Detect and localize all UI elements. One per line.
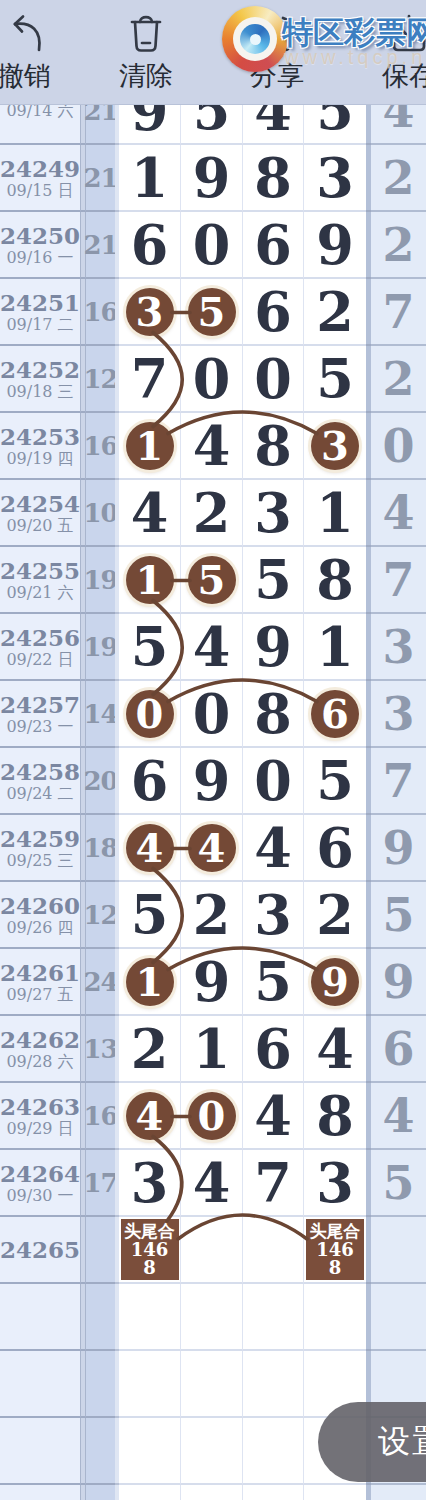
digit: 5	[131, 615, 169, 679]
period-date: 09/27 五	[6, 985, 73, 1004]
digit-cell[interactable]	[304, 1284, 366, 1351]
digit-cell[interactable]	[243, 1418, 304, 1485]
tail-cell: 9	[371, 949, 426, 1016]
digit: 1	[316, 481, 354, 545]
sum-cell	[86, 1351, 115, 1418]
digit-cell[interactable]: 4	[181, 413, 243, 480]
sum-cell: 21	[86, 145, 115, 212]
tail-cell: 2	[371, 346, 426, 413]
digit-cell[interactable]: 1	[119, 145, 181, 212]
settings-button[interactable]: 设置	[318, 1402, 426, 1482]
period-number: 24252	[0, 357, 80, 382]
digit-cell[interactable]: 4	[243, 815, 304, 882]
digit-cell[interactable]: 5	[119, 614, 181, 681]
trend-table: 09/14 六21954542424909/15 日21198322425009…	[0, 78, 426, 1500]
tail-cell: 7	[371, 279, 426, 346]
digit: 4	[193, 615, 231, 679]
digit-cell[interactable]: 7	[119, 346, 181, 413]
tail-cell: 4	[371, 480, 426, 547]
digit-cell[interactable]: 4	[119, 480, 181, 547]
digit: 7	[254, 1151, 292, 1215]
period-number: 24260	[0, 893, 80, 918]
period-date: 09/18 三	[6, 382, 73, 401]
tail-cell: 2	[371, 212, 426, 279]
tail-cell: 5	[371, 1150, 426, 1217]
tail-cell: 3	[371, 681, 426, 748]
digit-cell[interactable]: 5	[181, 279, 243, 346]
sum-cell: 19	[86, 547, 115, 614]
table-row: 2425609/22 日1954913	[0, 614, 426, 681]
sum-cell: 12	[86, 346, 115, 413]
table-row: 2425909/25 三1844469	[0, 815, 426, 882]
sum-cell: 16	[86, 413, 115, 480]
period-cell: 2425309/19 四	[0, 413, 80, 480]
period-cell: 2426109/27 五	[0, 949, 80, 1016]
sum-box[interactable]: 头尾合1468	[121, 1219, 179, 1280]
digit-cell[interactable]	[181, 1284, 243, 1351]
period-date: 09/28 六	[6, 1052, 73, 1071]
digit-cell[interactable]	[119, 1418, 181, 1485]
digit-cell[interactable]: 3	[243, 882, 304, 949]
digit-cell[interactable]: 6	[304, 815, 366, 882]
table-row: 2425509/21 六1915587	[0, 547, 426, 614]
digit-cell[interactable]: 4	[119, 1083, 181, 1150]
digit-cell[interactable]: 0	[181, 681, 243, 748]
digit: 4	[254, 816, 292, 880]
digit: 6	[131, 213, 169, 277]
sum-cell: 10	[86, 480, 115, 547]
digit: 5	[254, 950, 292, 1014]
digit-cell[interactable]: 6	[243, 212, 304, 279]
sum-cell: 16	[86, 279, 115, 346]
period-cell: 24265	[0, 1217, 80, 1284]
period-cell: 2424909/15 日	[0, 145, 80, 212]
digit-cell[interactable]: 6	[119, 212, 181, 279]
digit-cell[interactable]: 9	[304, 212, 366, 279]
tail-cell: 4	[371, 1083, 426, 1150]
clear-label: 清除	[119, 63, 173, 90]
marked-digit[interactable]: 0	[188, 1092, 236, 1140]
period-cell: 2426409/30 一	[0, 1150, 80, 1217]
tail-cell: 0	[371, 413, 426, 480]
period-number: 24258	[0, 759, 80, 784]
digit: 0	[193, 213, 231, 277]
sum-cell	[86, 1284, 115, 1351]
sum-cell: 21	[86, 212, 115, 279]
period-number: 24254	[0, 491, 80, 516]
lottery-trend-chart-screen: 09/14 六21954542424909/15 日21198322425009…	[0, 0, 426, 1500]
digit: 4	[193, 1151, 231, 1215]
period-date: 09/21 六	[6, 583, 73, 602]
tail-cell: 2	[371, 145, 426, 212]
digit: 2	[131, 1017, 169, 1081]
table-row: 2426409/30 一1734735	[0, 1150, 426, 1217]
digit: 6	[254, 280, 292, 344]
period-cell	[0, 1485, 80, 1500]
sum-cell: 20	[86, 748, 115, 815]
tail-cell: 5	[371, 882, 426, 949]
digit-cell[interactable]: 0	[243, 346, 304, 413]
digit-cell[interactable]: 2	[119, 1016, 181, 1083]
digit-cell[interactable]: 1	[119, 547, 181, 614]
table-row: 2424909/15 日2119832	[0, 145, 426, 212]
digit-cell[interactable]: 9	[181, 949, 243, 1016]
digit-cell[interactable]: 1	[181, 1016, 243, 1083]
digit: 3	[131, 1151, 169, 1215]
period-cell: 2425909/25 三	[0, 815, 80, 882]
period-cell: 2425409/20 五	[0, 480, 80, 547]
clear-button[interactable]: 清除	[104, 12, 188, 90]
tail-cell: 7	[371, 547, 426, 614]
digit: 6	[254, 1017, 292, 1081]
digit: 9	[193, 146, 231, 210]
marked-digit[interactable]: 4	[126, 1092, 174, 1140]
digit-cell[interactable]: 0	[119, 681, 181, 748]
digit-cell[interactable]: 5	[304, 346, 366, 413]
table-row: 2426309/29 日1640484	[0, 1083, 426, 1150]
digit-cell[interactable]: 6	[304, 681, 366, 748]
digit-cell[interactable]: 1	[119, 413, 181, 480]
save-icon	[386, 12, 426, 56]
digit: 5	[254, 548, 292, 612]
period-cell: 2425209/18 三	[0, 346, 80, 413]
digit-cell[interactable]: 1	[119, 949, 181, 1016]
digit-cell[interactable]: 2	[304, 882, 366, 949]
period-number: 24256	[0, 625, 80, 650]
table-row	[0, 1485, 426, 1500]
sum-cell: 24	[86, 949, 115, 1016]
period-date: 09/23 一	[6, 717, 73, 736]
digit: 3	[254, 481, 292, 545]
table-row: 2425709/23 一1400863	[0, 681, 426, 748]
table-row: 2425409/20 五1042314	[0, 480, 426, 547]
period-cell: 2425609/22 日	[0, 614, 80, 681]
digit-cell[interactable]: 2	[181, 480, 243, 547]
table-row: 2425209/18 三1270052	[0, 346, 426, 413]
digit-cell[interactable]: 0	[243, 748, 304, 815]
table-row: 2425809/24 二2069057	[0, 748, 426, 815]
digit-cell[interactable]: 3	[119, 1150, 181, 1217]
sum-box[interactable]: 头尾合1468	[306, 1219, 364, 1280]
undo-icon	[1, 12, 47, 56]
digit: 4	[131, 481, 169, 545]
digit-cell[interactable]: 6	[243, 279, 304, 346]
digit-cell[interactable]: 3	[304, 1150, 366, 1217]
digit: 9	[316, 213, 354, 277]
digit: 3	[316, 1151, 354, 1215]
table-row: 2425009/16 一2160692	[0, 212, 426, 279]
period-cell	[0, 1418, 80, 1485]
digit: 6	[254, 213, 292, 277]
period-number: 24249	[0, 156, 80, 181]
digit-cell[interactable]: 3	[304, 413, 366, 480]
period-date: 09/25 三	[6, 851, 73, 870]
digit-cell[interactable]: 3	[243, 480, 304, 547]
period-cell	[0, 1351, 80, 1418]
digit: 1	[131, 146, 169, 210]
digit-cell[interactable]: 9	[243, 614, 304, 681]
digit: 8	[254, 682, 292, 746]
digit: 5	[316, 749, 354, 813]
digit-cell[interactable]	[181, 1217, 243, 1284]
tail-cell: 3	[371, 614, 426, 681]
digit: 2	[316, 883, 354, 947]
digit: 8	[254, 146, 292, 210]
digit-cell[interactable]: 4	[181, 815, 243, 882]
digit-cell[interactable]	[181, 1351, 243, 1418]
digit-cell[interactable]: 5	[304, 748, 366, 815]
digit: 9	[193, 950, 231, 1014]
period-number: 24264	[0, 1161, 80, 1186]
digit-cell[interactable]: 8	[304, 1083, 366, 1150]
table-row: 2425109/17 二1635627	[0, 279, 426, 346]
digit-cell[interactable]: 9	[181, 145, 243, 212]
share-icon	[254, 12, 300, 56]
digit: 2	[193, 481, 231, 545]
digit-cell[interactable]: 4	[181, 1150, 243, 1217]
period-number: 24253	[0, 424, 80, 449]
period-number: 24261	[0, 960, 80, 985]
period-date: 09/29 日	[6, 1119, 73, 1138]
tail-cell: 7	[371, 748, 426, 815]
digit: 0	[254, 749, 292, 813]
marked-digit[interactable]: 5	[188, 556, 236, 604]
digit: 6	[316, 816, 354, 880]
digit: 9	[193, 749, 231, 813]
digit: 1	[316, 615, 354, 679]
digit-cell[interactable]	[119, 1485, 181, 1500]
digit: 5	[316, 347, 354, 411]
sum-cell	[86, 1485, 115, 1500]
trash-icon	[125, 12, 167, 56]
digit: 4	[316, 1017, 354, 1081]
save-button[interactable]: 保存	[367, 12, 426, 90]
digit-cell[interactable]: 2	[181, 882, 243, 949]
digit-cell[interactable]	[181, 1485, 243, 1500]
table-row: 2426009/26 四1252325	[0, 882, 426, 949]
digit: 0	[193, 682, 231, 746]
period-cell: 2426209/28 六	[0, 1016, 80, 1083]
digit: 8	[316, 1084, 354, 1148]
digit-cell[interactable]: 7	[243, 1150, 304, 1217]
tail-cell: 6	[371, 1016, 426, 1083]
marked-digit[interactable]: 3	[311, 422, 359, 470]
digit-cell[interactable]	[243, 1485, 304, 1500]
period-cell: 2426309/29 日	[0, 1083, 80, 1150]
digit: 8	[254, 414, 292, 478]
period-cell: 2425809/24 二	[0, 748, 80, 815]
digit-cell[interactable]	[119, 1351, 181, 1418]
digit-cell[interactable]: 6	[119, 748, 181, 815]
period-cell	[0, 1284, 80, 1351]
digit-cell[interactable]: 0	[181, 212, 243, 279]
marked-digit[interactable]: 3	[126, 288, 174, 336]
sum-cell: 14	[86, 681, 115, 748]
digit: 0	[193, 347, 231, 411]
table-row: 24265头尾合1468头尾合1468	[0, 1217, 426, 1284]
marked-digit[interactable]: 5	[188, 288, 236, 336]
digit: 3	[316, 146, 354, 210]
digit-cell[interactable]: 3	[119, 279, 181, 346]
digit: 4	[193, 414, 231, 478]
digit-cell[interactable]: 5	[181, 547, 243, 614]
digit-cell[interactable]: 1	[304, 614, 366, 681]
sum-cell	[86, 1418, 115, 1485]
period-number: 24259	[0, 826, 80, 851]
digit-cell[interactable]	[181, 1418, 243, 1485]
period-date: 09/17 二	[6, 315, 73, 334]
period-number: 24263	[0, 1094, 80, 1119]
sum-box-tail: 8	[329, 1259, 342, 1277]
sum-cell: 12	[86, 882, 115, 949]
period-number: 24255	[0, 558, 80, 583]
period-cell: 2425009/16 一	[0, 212, 80, 279]
digit-cell[interactable]: 8	[243, 413, 304, 480]
save-label: 保存	[382, 63, 426, 90]
sum-box-tail: 8	[143, 1259, 156, 1277]
digit-cell[interactable]: 5	[119, 882, 181, 949]
marked-digit[interactable]: 9	[311, 958, 359, 1006]
table-row: 2426209/28 六1321646	[0, 1016, 426, 1083]
period-number: 24257	[0, 692, 80, 717]
digit-cell[interactable]: 4	[119, 815, 181, 882]
period-cell: 2425509/21 六	[0, 547, 80, 614]
period-cell: 2425709/23 一	[0, 681, 80, 748]
period-date: 09/30 一	[6, 1186, 73, 1205]
digit-cell[interactable]: 头尾合1468	[119, 1217, 181, 1284]
digit-cell[interactable]: 8	[243, 145, 304, 212]
marked-digit[interactable]: 4	[126, 824, 174, 872]
digit-cell[interactable]: 6	[243, 1016, 304, 1083]
marked-digit[interactable]: 1	[126, 556, 174, 604]
table-row: 2425309/19 四1614830	[0, 413, 426, 480]
period-number: 24262	[0, 1027, 80, 1052]
period-date: 09/24 二	[6, 784, 73, 803]
digit: 0	[254, 347, 292, 411]
digit: 8	[316, 548, 354, 612]
marked-digit[interactable]: 1	[126, 422, 174, 470]
digit-cell[interactable]: 2	[304, 279, 366, 346]
digit-cell[interactable]: 4	[304, 1016, 366, 1083]
sum-cell: 18	[86, 815, 115, 882]
digit-cell[interactable]	[243, 1284, 304, 1351]
digit: 1	[193, 1017, 231, 1081]
period-number: 24251	[0, 290, 80, 315]
digit-cell[interactable]: 9	[304, 949, 366, 1016]
digit-cell[interactable]: 5	[243, 547, 304, 614]
digit-cell[interactable]	[304, 1485, 366, 1500]
digit: 3	[254, 883, 292, 947]
digit-cell[interactable]: 9	[181, 748, 243, 815]
undo-label: 撤销	[0, 63, 51, 90]
digit-cell[interactable]: 头尾合1468	[304, 1217, 366, 1284]
period-date: 09/22 日	[6, 650, 73, 669]
digit: 4	[254, 1084, 292, 1148]
table-row: 2426109/27 五2419599	[0, 949, 426, 1016]
marked-digit[interactable]: 4	[188, 824, 236, 872]
settings-label: 设置	[318, 1420, 426, 1464]
tail-cell: 9	[371, 815, 426, 882]
digit: 7	[131, 347, 169, 411]
share-label: 分享	[250, 63, 304, 90]
digit-cell[interactable]	[243, 1217, 304, 1284]
digit: 5	[131, 883, 169, 947]
digit-cell[interactable]: 4	[243, 1083, 304, 1150]
sum-cell	[86, 1217, 115, 1284]
digit-cell[interactable]	[119, 1284, 181, 1351]
digit-cell[interactable]: 4	[181, 614, 243, 681]
digit: 6	[131, 749, 169, 813]
tail-cell	[371, 1284, 426, 1351]
toolbar: 撤销 清除 分享	[0, 0, 426, 105]
digit-cell[interactable]: 8	[243, 681, 304, 748]
period-number: 24250	[0, 223, 80, 248]
period-number: 24265	[0, 1237, 80, 1262]
period-date: 09/16 一	[6, 248, 73, 267]
period-date: 09/15 日	[6, 181, 73, 200]
digit-cell[interactable]: 3	[304, 145, 366, 212]
digit-cell[interactable]: 5	[243, 949, 304, 1016]
period-date: 09/19 四	[6, 449, 73, 468]
share-button[interactable]: 分享	[235, 12, 319, 90]
digit-cell[interactable]	[243, 1351, 304, 1418]
digit-cell[interactable]: 0	[181, 346, 243, 413]
undo-button[interactable]: 撤销	[0, 12, 66, 90]
digit-cell[interactable]: 8	[304, 547, 366, 614]
marked-digit[interactable]: 6	[311, 690, 359, 738]
digit: 9	[254, 615, 292, 679]
period-date: 09/26 四	[6, 918, 73, 937]
digit: 2	[316, 280, 354, 344]
period-cell: 2426009/26 四	[0, 882, 80, 949]
tail-cell	[371, 1485, 426, 1500]
digit-cell[interactable]: 0	[181, 1083, 243, 1150]
digit: 2	[193, 883, 231, 947]
sum-cell: 13	[86, 1016, 115, 1083]
marked-digit[interactable]: 1	[126, 958, 174, 1006]
sum-cell: 19	[86, 614, 115, 681]
digit-cell[interactable]: 1	[304, 480, 366, 547]
tail-cell	[371, 1217, 426, 1284]
period-cell: 2425109/17 二	[0, 279, 80, 346]
sum-cell: 17	[86, 1150, 115, 1217]
sum-cell: 16	[86, 1083, 115, 1150]
marked-digit[interactable]: 0	[126, 690, 174, 738]
table-row	[0, 1284, 426, 1351]
period-date: 09/20 五	[6, 516, 73, 535]
